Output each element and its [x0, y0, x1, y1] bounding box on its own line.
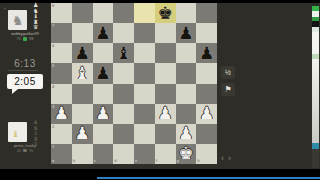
square-g4[interactable] — [176, 84, 197, 104]
file-label-b: b — [73, 159, 75, 163]
square-c4[interactable] — [93, 84, 114, 104]
chess-app: ▪ ♞ webbyguitfan99 75 98 ♟♞♝♜♛ 6:13 2:05… — [0, 3, 320, 169]
black-pawn[interactable]: ♟ — [178, 24, 193, 41]
square-d1[interactable]: d — [113, 144, 134, 164]
square-h5[interactable] — [196, 63, 217, 83]
square-f6[interactable] — [155, 43, 176, 63]
white-pawn[interactable]: ♟ — [75, 125, 90, 142]
square-b5[interactable]: ♝ — [72, 63, 93, 83]
file-label-f: f — [156, 159, 157, 163]
square-g3[interactable] — [176, 104, 197, 124]
strip-block-8 — [312, 59, 319, 143]
square-f1[interactable]: f — [155, 144, 176, 164]
bottom-stat-right: 95 — [29, 149, 33, 153]
square-f2[interactable] — [155, 124, 176, 144]
square-b4[interactable] — [72, 84, 93, 104]
white-pawn[interactable]: ♟ — [199, 105, 214, 122]
prev-move-button[interactable]: ‹ — [221, 154, 224, 163]
square-b2[interactable]: ♟ — [72, 124, 93, 144]
square-a4[interactable]: 4 — [51, 84, 72, 104]
square-h8[interactable] — [196, 3, 217, 23]
white-pawn[interactable]: ♟ — [54, 105, 69, 122]
square-a5[interactable]: 5 — [51, 63, 72, 83]
resign-button[interactable]: ⚑ — [221, 83, 235, 96]
chess-board[interactable]: 8♚7♟♟6♟♝♟5♝♟43♟♟♟♟2♟♟1abcdefg♚h — [51, 3, 217, 164]
square-d5[interactable] — [113, 63, 134, 83]
square-c1[interactable]: c — [93, 144, 114, 164]
white-pawn[interactable]: ♟ — [158, 105, 173, 122]
square-f8[interactable]: ♚ — [155, 3, 176, 23]
top-stat-left: 75 — [17, 37, 21, 41]
file-label-c: c — [94, 159, 96, 163]
square-g8[interactable] — [176, 3, 197, 23]
captured-queen-icon: ♛ — [33, 141, 38, 147]
square-e7[interactable] — [134, 23, 155, 43]
avatar-top-player[interactable]: ♞ — [8, 10, 27, 30]
file-label-e: e — [135, 159, 137, 163]
square-f4[interactable] — [155, 84, 176, 104]
square-h4[interactable] — [196, 84, 217, 104]
square-e5[interactable] — [134, 63, 155, 83]
square-f7[interactable] — [155, 23, 176, 43]
square-b8[interactable] — [72, 3, 93, 23]
square-d7[interactable] — [113, 23, 134, 43]
adjacent-window-sliver — [312, 3, 319, 168]
video-progress-bar[interactable] — [97, 177, 320, 179]
black-king[interactable]: ♚ — [158, 4, 173, 21]
captured-pieces-bottom: ♟♞♝♜♛ — [33, 119, 38, 147]
square-a1[interactable]: 1a — [51, 144, 72, 164]
square-d4[interactable] — [113, 84, 134, 104]
square-a2[interactable]: 2 — [51, 124, 72, 144]
black-pawn[interactable]: ♟ — [75, 44, 90, 61]
square-a6[interactable]: 6 — [51, 43, 72, 63]
square-c2[interactable] — [93, 124, 114, 144]
top-player-stats: 75 98 — [1, 37, 49, 41]
black-bishop[interactable]: ♝ — [116, 44, 131, 61]
clock-bubble-tail — [12, 89, 18, 94]
square-a3[interactable]: 3♟ — [51, 104, 72, 124]
video-frame: ▪ ♞ webbyguitfan99 75 98 ♟♞♝♜♛ 6:13 2:05… — [0, 0, 320, 180]
white-bishop[interactable]: ♝ — [75, 64, 90, 81]
top-player-clock: 6:13 — [8, 58, 42, 69]
square-c3[interactable]: ♟ — [93, 104, 114, 124]
rank-label-7: 7 — [52, 24, 54, 28]
square-e8[interactable] — [134, 3, 155, 23]
bottom-player-stats: 40 W 95 — [1, 149, 49, 153]
rank-label-2: 2 — [52, 125, 54, 129]
top-player-name[interactable]: webbyguitfan99 — [1, 31, 49, 36]
file-label-d: d — [114, 159, 116, 163]
square-h6[interactable]: ♟ — [196, 43, 217, 63]
square-c8[interactable] — [93, 3, 114, 23]
square-d8[interactable] — [113, 3, 134, 23]
black-pawn[interactable]: ♟ — [95, 64, 110, 81]
menu-icon[interactable]: ▪ — [4, 5, 6, 11]
square-g1[interactable]: g♚ — [176, 144, 197, 164]
square-g5[interactable] — [176, 63, 197, 83]
captured-queen-icon: ♛ — [33, 24, 38, 30]
online-indicator-icon — [23, 37, 27, 41]
square-b3[interactable] — [72, 104, 93, 124]
white-king[interactable]: ♚ — [178, 145, 193, 162]
file-label-h: h — [197, 159, 199, 163]
square-b7[interactable] — [72, 23, 93, 43]
square-h1[interactable]: h — [196, 144, 217, 164]
square-b6[interactable]: ♟ — [72, 43, 93, 63]
black-pawn[interactable]: ♟ — [95, 24, 110, 41]
rank-label-4: 4 — [52, 85, 54, 89]
knight-image-icon: ♞ — [12, 13, 24, 28]
black-pawn[interactable]: ♟ — [199, 44, 214, 61]
next-move-button[interactable]: › — [228, 154, 231, 163]
white-pawn[interactable]: ♟ — [95, 105, 110, 122]
square-c7[interactable]: ♟ — [93, 23, 114, 43]
square-d6[interactable]: ♝ — [113, 43, 134, 63]
square-e1[interactable]: e — [134, 144, 155, 164]
strip-block-6 — [312, 32, 319, 54]
square-f3[interactable]: ♟ — [155, 104, 176, 124]
rank-label-8: 8 — [52, 4, 54, 8]
rank-label-1: 1 — [52, 145, 54, 149]
avatar-bottom-player[interactable]: ♝ — [8, 122, 27, 142]
bottom-player-clock: 2:05 — [7, 74, 43, 89]
square-b1[interactable]: b — [72, 144, 93, 164]
square-g7[interactable]: ♟ — [176, 23, 197, 43]
bottom-stat-left: 40 — [17, 149, 21, 153]
white-pawn[interactable]: ♟ — [178, 125, 193, 142]
square-h3[interactable]: ♟ — [196, 104, 217, 124]
square-c6[interactable] — [93, 43, 114, 63]
top-stat-right: 98 — [29, 37, 33, 41]
flag-icon: ⚑ — [224, 85, 231, 94]
square-h7[interactable] — [196, 23, 217, 43]
square-d2[interactable] — [113, 124, 134, 144]
move-navigation: ‹ › — [221, 154, 239, 163]
square-e3[interactable] — [134, 104, 155, 124]
square-e4[interactable] — [134, 84, 155, 104]
rank-label-6: 6 — [52, 44, 54, 48]
square-c5[interactable]: ♟ — [93, 63, 114, 83]
file-label-a: a — [52, 159, 54, 163]
bishop-image-icon: ♝ — [11, 129, 19, 139]
square-g2[interactable]: ♟ — [176, 124, 197, 144]
square-a7[interactable]: 7 — [51, 23, 72, 43]
offer-draw-button[interactable]: ½ — [221, 66, 235, 79]
square-d3[interactable] — [113, 104, 134, 124]
square-e2[interactable] — [134, 124, 155, 144]
square-a8[interactable]: 8 — [51, 3, 72, 23]
strip-block-10 — [312, 149, 319, 168]
captured-pieces-top: ♟♞♝♜♛ — [33, 2, 38, 30]
square-g6[interactable] — [176, 43, 197, 63]
square-f5[interactable] — [155, 63, 176, 83]
square-h2[interactable] — [196, 124, 217, 144]
bottom-stat-mid: W — [23, 149, 27, 153]
clock-divider — [8, 70, 38, 71]
rank-label-5: 5 — [52, 64, 54, 68]
square-e6[interactable] — [134, 43, 155, 63]
